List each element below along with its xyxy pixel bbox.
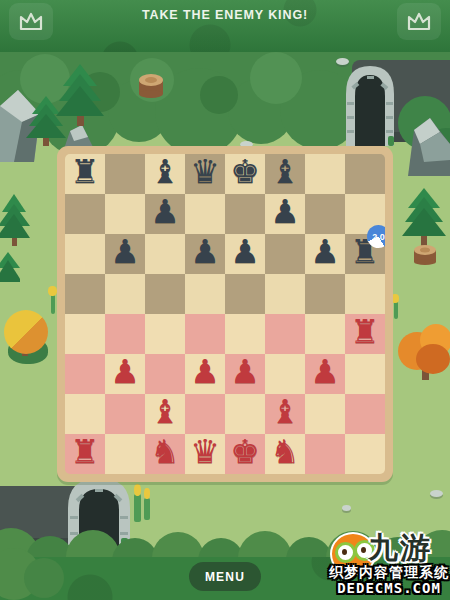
tree-blob-dark <box>200 76 238 114</box>
square-b2[interactable] <box>105 394 145 434</box>
square-g8[interactable] <box>305 154 345 194</box>
square-d1[interactable]: ♛ <box>185 434 225 474</box>
tree-stump <box>412 243 438 265</box>
board-grid: ♜♝♛♚♝♟♟♟♟♟♟♜2.0♜♟♟♟♟♝♝♜♞♛♚♞ <box>65 154 385 474</box>
rock-right <box>404 116 450 176</box>
square-e4[interactable] <box>225 314 265 354</box>
square-g4[interactable] <box>305 314 345 354</box>
square-c4[interactable] <box>145 314 185 354</box>
red-rook[interactable]: ♜ <box>70 432 100 472</box>
cattail-plant <box>132 484 154 524</box>
black-pawn[interactable]: ♟ <box>150 192 180 232</box>
square-h5[interactable] <box>345 274 385 314</box>
square-h1[interactable] <box>345 434 385 474</box>
square-e8[interactable]: ♚ <box>225 154 265 194</box>
cooldown-timer-badge: 2.0 <box>367 225 385 248</box>
crown-button-right[interactable] <box>397 3 441 40</box>
red-pawn[interactable]: ♟ <box>190 352 220 392</box>
square-b5[interactable] <box>105 274 145 314</box>
square-h6[interactable]: ♜2.0 <box>345 234 385 274</box>
tree-blob-light <box>250 52 302 104</box>
square-f4[interactable] <box>265 314 305 354</box>
square-c2[interactable]: ♝ <box>145 394 185 434</box>
tunnel-top-right <box>344 64 396 146</box>
square-g2[interactable] <box>305 394 345 434</box>
square-h8[interactable] <box>345 154 385 194</box>
tree-stump <box>137 72 165 98</box>
black-king[interactable]: ♚ <box>230 154 260 192</box>
square-f5[interactable] <box>265 274 305 314</box>
square-a7[interactable] <box>65 194 105 234</box>
red-king[interactable]: ♚ <box>230 432 260 472</box>
square-g7[interactable] <box>305 194 345 234</box>
square-a1[interactable]: ♜ <box>65 434 105 474</box>
square-a6[interactable] <box>65 234 105 274</box>
pine-tree <box>0 194 30 246</box>
square-e2[interactable] <box>225 394 265 434</box>
square-e3[interactable]: ♟ <box>225 354 265 394</box>
page-title: TAKE THE ENEMY KING! <box>0 8 450 22</box>
square-c1[interactable]: ♞ <box>145 434 185 474</box>
app-root: TAKE THE ENEMY KING! ♜♝♛♚♝♟♟♟♟♟♟♜2.0♜♟♟♟… <box>0 0 450 600</box>
black-pawn[interactable]: ♟ <box>230 232 260 272</box>
square-a3[interactable] <box>65 354 105 394</box>
square-d7[interactable] <box>185 194 225 234</box>
pebble <box>342 505 351 511</box>
chess-board: ♜♝♛♚♝♟♟♟♟♟♟♜2.0♜♟♟♟♟♝♝♜♞♛♚♞ <box>57 146 393 482</box>
square-d2[interactable] <box>185 394 225 434</box>
small-pine <box>0 252 20 286</box>
red-knight[interactable]: ♞ <box>270 432 300 472</box>
square-b8[interactable] <box>105 154 145 194</box>
square-g1[interactable] <box>305 434 345 474</box>
red-knight[interactable]: ♞ <box>150 432 180 472</box>
menu-label: MENU <box>205 570 245 584</box>
square-f1[interactable]: ♞ <box>265 434 305 474</box>
square-e6[interactable]: ♟ <box>225 234 265 274</box>
black-pawn[interactable]: ♟ <box>110 232 140 272</box>
square-b3[interactable]: ♟ <box>105 354 145 394</box>
red-bishop[interactable]: ♝ <box>150 392 180 432</box>
black-pawn[interactable]: ♟ <box>190 232 220 272</box>
square-b1[interactable] <box>105 434 145 474</box>
square-f3[interactable] <box>265 354 305 394</box>
square-e1[interactable]: ♚ <box>225 434 265 474</box>
red-pawn[interactable]: ♟ <box>310 352 340 392</box>
square-f2[interactable]: ♝ <box>265 394 305 434</box>
square-c8[interactable]: ♝ <box>145 154 185 194</box>
pine-tree <box>56 64 104 126</box>
square-c3[interactable] <box>145 354 185 394</box>
pebble <box>430 490 443 497</box>
top-bar: TAKE THE ENEMY KING! <box>0 0 450 52</box>
watermark-logo-text: 九游 <box>368 528 432 569</box>
square-h4[interactable]: ♜ <box>345 314 385 354</box>
square-a8[interactable]: ♜ <box>65 154 105 194</box>
square-d6[interactable]: ♟ <box>185 234 225 274</box>
square-c7[interactable]: ♟ <box>145 194 185 234</box>
square-b7[interactable] <box>105 194 145 234</box>
yellow-tree <box>2 310 54 366</box>
square-g6[interactable]: ♟ <box>305 234 345 274</box>
square-g3[interactable]: ♟ <box>305 354 345 394</box>
square-b4[interactable] <box>105 314 145 354</box>
square-e7[interactable] <box>225 194 265 234</box>
black-rook[interactable]: ♜ <box>70 154 100 192</box>
red-queen[interactable]: ♛ <box>190 432 220 472</box>
red-bishop[interactable]: ♝ <box>270 392 300 432</box>
orange-tree <box>398 324 450 382</box>
square-h2[interactable] <box>345 394 385 434</box>
pebble <box>336 58 349 65</box>
square-g5[interactable] <box>305 274 345 314</box>
black-bishop[interactable]: ♝ <box>150 154 180 192</box>
red-pawn[interactable]: ♟ <box>110 352 140 392</box>
red-rook[interactable]: ♜ <box>350 312 380 352</box>
square-a2[interactable] <box>65 394 105 434</box>
black-bishop[interactable]: ♝ <box>270 154 300 192</box>
black-pawn[interactable]: ♟ <box>310 232 340 272</box>
square-d4[interactable] <box>185 314 225 354</box>
red-pawn[interactable]: ♟ <box>230 352 260 392</box>
watermark-line2: DEDECMS.COM <box>328 580 450 596</box>
square-h3[interactable] <box>345 354 385 394</box>
square-c5[interactable] <box>145 274 185 314</box>
black-queen[interactable]: ♛ <box>190 154 220 192</box>
square-b6[interactable]: ♟ <box>105 234 145 274</box>
square-d5[interactable] <box>185 274 225 314</box>
menu-button[interactable]: MENU <box>189 562 261 591</box>
square-f8[interactable]: ♝ <box>265 154 305 194</box>
square-f7[interactable]: ♟ <box>265 194 305 234</box>
watermark: 九游 织梦内容管理系统 DEDECMS.COM <box>328 528 450 598</box>
square-e5[interactable] <box>225 274 265 314</box>
square-d8[interactable]: ♛ <box>185 154 225 194</box>
square-d3[interactable]: ♟ <box>185 354 225 394</box>
square-f6[interactable] <box>265 234 305 274</box>
square-a4[interactable] <box>65 314 105 354</box>
square-c6[interactable] <box>145 234 185 274</box>
pine-tree <box>402 188 446 246</box>
square-a5[interactable] <box>65 274 105 314</box>
black-pawn[interactable]: ♟ <box>270 192 300 232</box>
foreground-bush <box>24 558 64 598</box>
crown-icon <box>405 10 433 34</box>
